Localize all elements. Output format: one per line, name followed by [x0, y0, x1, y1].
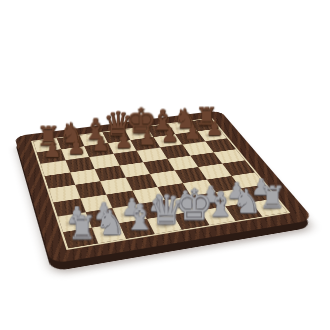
photo-scene: ♜♞♝♛♚♝♞♜♟♟♟♟♟♟♟♟♟♟♟♟♟♟♟♟♜♞♝♛♚♝♞♜ [0, 0, 330, 330]
piece-black-pawn: ♟ [206, 121, 223, 138]
piece-black-pawn: ♟ [115, 132, 133, 150]
square-b7: ♟ [61, 146, 90, 160]
piece-black-pawn: ♟ [67, 139, 85, 157]
piece-black-pawn: ♟ [43, 142, 61, 160]
chess-board: ♜♞♝♛♚♝♞♜♟♟♟♟♟♟♟♟♟♟♟♟♟♟♟♟♜♞♝♛♚♝♞♜ [14, 110, 314, 264]
piece-black-pawn: ♟ [184, 124, 201, 141]
piece-white-knight: ♞ [95, 207, 126, 238]
piece-black-pawn: ♟ [91, 135, 109, 153]
square-a6 [41, 160, 70, 175]
square-a7: ♟ [37, 149, 65, 164]
piece-black-pawn: ♟ [161, 126, 179, 144]
piece-white-knight: ♞ [232, 186, 261, 216]
piece-white-bishop: ♝ [123, 202, 155, 234]
chess-set-product-photo: ♜♞♝♛♚♝♞♜♟♟♟♟♟♟♟♟♟♟♟♟♟♟♟♟♜♞♝♛♚♝♞♜ [0, 0, 330, 330]
square-a1: ♜ [63, 227, 98, 248]
piece-white-rook: ♜ [259, 184, 286, 211]
square-h5 [213, 149, 245, 164]
board-grid: ♜♞♝♛♚♝♞♜♟♟♟♟♟♟♟♟♟♟♟♟♟♟♟♟♜♞♝♛♚♝♞♜ [31, 118, 290, 250]
piece-white-rook: ♜ [67, 214, 96, 243]
piece-black-pawn: ♟ [138, 129, 156, 147]
